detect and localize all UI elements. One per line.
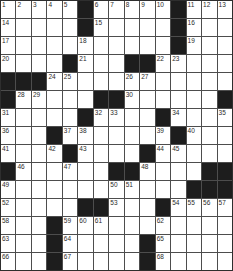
- clue-number-24: 24: [48, 73, 55, 81]
- clue-number-18: 18: [79, 37, 86, 45]
- clue-number-11: 11: [188, 1, 195, 9]
- white-square-r11c2[interactable]: [16, 181, 30, 198]
- white-square-r7c5[interactable]: [63, 109, 77, 126]
- clue-number-48: 48: [141, 163, 148, 171]
- white-square-r14c8[interactable]: [109, 235, 123, 252]
- white-square-r15c6[interactable]: [78, 253, 92, 270]
- white-square-r14c3[interactable]: [32, 235, 46, 252]
- clue-number-7: 7: [110, 1, 114, 9]
- white-square-r14c1[interactable]: 63: [1, 235, 15, 252]
- white-square-r2c15[interactable]: [218, 19, 232, 36]
- black-square-r14c10: [140, 235, 154, 252]
- white-square-r6c9[interactable]: 30: [125, 91, 139, 108]
- white-square-r8c14[interactable]: [202, 127, 216, 144]
- clue-number-2: 2: [17, 1, 21, 9]
- white-square-r9c4[interactable]: 42: [47, 145, 61, 162]
- clue-number-29: 29: [33, 91, 40, 99]
- white-square-r6c2[interactable]: 28: [16, 91, 30, 108]
- white-square-r1c7[interactable]: 6: [94, 1, 108, 18]
- black-square-r11c15: [218, 181, 232, 198]
- clue-number-57: 57: [219, 199, 226, 207]
- white-square-r12c9[interactable]: [125, 199, 139, 216]
- white-square-r7c7[interactable]: 32: [94, 109, 108, 126]
- white-square-r4c4[interactable]: [47, 55, 61, 72]
- white-square-r2c9[interactable]: [125, 19, 139, 36]
- clue-number-55: 55: [188, 199, 195, 207]
- white-square-r8c13[interactable]: 40: [187, 127, 201, 144]
- white-square-r2c8[interactable]: [109, 19, 123, 36]
- white-square-r5c13[interactable]: [187, 73, 201, 90]
- clue-number-14: 14: [2, 19, 9, 27]
- white-square-r12c3[interactable]: [32, 199, 46, 216]
- white-square-r14c2[interactable]: [16, 235, 30, 252]
- clue-number-8: 8: [126, 1, 130, 9]
- clue-number-5: 5: [64, 1, 68, 9]
- clue-number-68: 68: [157, 253, 164, 261]
- white-square-r13c10[interactable]: [140, 217, 154, 234]
- white-square-r10c7[interactable]: [94, 163, 108, 180]
- clue-number-49: 49: [2, 181, 9, 189]
- black-square-r4c9: [125, 55, 139, 72]
- white-square-r11c11[interactable]: [156, 181, 170, 198]
- clue-number-45: 45: [172, 145, 179, 153]
- white-square-r3c8[interactable]: [109, 37, 123, 54]
- white-square-r1c11[interactable]: 10: [156, 1, 170, 18]
- white-square-r11c5[interactable]: [63, 181, 77, 198]
- white-square-r10c13[interactable]: [187, 163, 201, 180]
- clue-number-10: 10: [157, 1, 164, 9]
- clue-number-4: 4: [48, 1, 52, 9]
- white-square-r3c5[interactable]: [63, 37, 77, 54]
- black-square-r7c6: [78, 109, 92, 126]
- white-square-r7c13[interactable]: [187, 109, 201, 126]
- white-square-r10c6[interactable]: [78, 163, 92, 180]
- white-square-r10c11[interactable]: [156, 163, 170, 180]
- white-square-r9c14[interactable]: [202, 145, 216, 162]
- white-square-r8c8[interactable]: [109, 127, 123, 144]
- black-square-r10c15: [218, 163, 232, 180]
- clue-number-59: 59: [64, 217, 71, 225]
- white-square-r12c5[interactable]: [63, 199, 77, 216]
- white-square-r2c1[interactable]: 14: [1, 19, 15, 36]
- clue-number-12: 12: [203, 1, 210, 9]
- white-square-r11c8[interactable]: 50: [109, 181, 123, 198]
- white-square-r2c10[interactable]: [140, 19, 154, 36]
- black-square-r2c12: [171, 19, 185, 36]
- clue-number-47: 47: [64, 163, 71, 171]
- white-square-r4c15[interactable]: [218, 55, 232, 72]
- white-square-r13c12[interactable]: [171, 217, 185, 234]
- white-square-r14c12[interactable]: [171, 235, 185, 252]
- white-square-r5c10[interactable]: 27: [140, 73, 154, 90]
- white-square-r12c2[interactable]: [16, 199, 30, 216]
- white-square-r6c10[interactable]: [140, 91, 154, 108]
- clue-number-43: 43: [79, 145, 86, 153]
- black-square-r11c14: [202, 181, 216, 198]
- white-square-r2c14[interactable]: [202, 19, 216, 36]
- white-square-r13c11[interactable]: 62: [156, 217, 170, 234]
- black-square-r9c5: [63, 145, 77, 162]
- white-square-r7c2[interactable]: [16, 109, 30, 126]
- white-square-r8c5[interactable]: 37: [63, 127, 77, 144]
- white-square-r3c10[interactable]: [140, 37, 154, 54]
- black-square-r2c6: [78, 19, 92, 36]
- white-square-r7c12[interactable]: 34: [171, 109, 185, 126]
- white-square-r6c4[interactable]: [47, 91, 61, 108]
- black-square-r15c10: [140, 253, 154, 270]
- white-square-r1c15[interactable]: 13: [218, 1, 232, 18]
- clue-number-61: 61: [95, 217, 102, 225]
- white-square-r11c1[interactable]: 49: [1, 181, 15, 198]
- white-square-r15c1[interactable]: 66: [1, 253, 15, 270]
- white-square-r6c12[interactable]: [171, 91, 185, 108]
- clue-number-44: 44: [157, 145, 164, 153]
- black-square-r6c15: [218, 91, 232, 108]
- clue-number-62: 62: [157, 217, 164, 225]
- white-square-r13c1[interactable]: 58: [1, 217, 15, 234]
- black-square-r4c5: [63, 55, 77, 72]
- clue-number-17: 17: [2, 37, 9, 45]
- white-square-r4c3[interactable]: [32, 55, 46, 72]
- clue-number-3: 3: [33, 1, 37, 9]
- clue-number-52: 52: [2, 199, 9, 207]
- clue-number-66: 66: [2, 253, 9, 261]
- clue-number-31: 31: [2, 109, 9, 117]
- black-square-r11c13: [187, 181, 201, 198]
- white-square-r8c10[interactable]: [140, 127, 154, 144]
- white-square-r7c4[interactable]: [47, 109, 61, 126]
- clue-number-34: 34: [172, 109, 179, 117]
- white-square-r1c10[interactable]: 9: [140, 1, 154, 18]
- clue-number-20: 20: [2, 55, 9, 63]
- white-square-r2c2[interactable]: [16, 19, 30, 36]
- clue-number-6: 6: [95, 1, 99, 9]
- white-square-r3c7[interactable]: [94, 37, 108, 54]
- white-square-r8c11[interactable]: 39: [156, 127, 170, 144]
- white-square-r11c7[interactable]: [94, 181, 108, 198]
- clue-number-67: 67: [64, 253, 71, 261]
- black-square-r5c1: [1, 73, 15, 90]
- white-square-r3c4[interactable]: [47, 37, 61, 54]
- white-square-r7c3[interactable]: [32, 109, 46, 126]
- black-square-r12c11: [156, 199, 170, 216]
- white-square-r5c5[interactable]: 25: [63, 73, 77, 90]
- white-square-r4c6[interactable]: 21: [78, 55, 92, 72]
- crossword-grid: 1234567891011121314151617181920212223242…: [0, 0, 233, 271]
- white-square-r15c12[interactable]: [171, 253, 185, 270]
- clue-number-13: 13: [219, 1, 226, 9]
- black-square-r13c4: [47, 217, 61, 234]
- white-square-r14c13[interactable]: [187, 235, 201, 252]
- black-square-r10c9: [125, 163, 139, 180]
- black-square-r1c6: [78, 1, 92, 18]
- white-square-r3c11[interactable]: [156, 37, 170, 54]
- white-square-r13c3[interactable]: [32, 217, 46, 234]
- white-square-r10c5[interactable]: 47: [63, 163, 77, 180]
- clue-number-19: 19: [188, 37, 195, 45]
- clue-number-50: 50: [110, 181, 117, 189]
- white-square-r8c15[interactable]: [218, 127, 232, 144]
- white-square-r7c9[interactable]: [125, 109, 139, 126]
- white-square-r12c1[interactable]: 52: [1, 199, 15, 216]
- black-square-r8c12: [171, 127, 185, 144]
- clue-number-23: 23: [172, 55, 179, 63]
- white-square-r5c15[interactable]: [218, 73, 232, 90]
- white-square-r9c3[interactable]: [32, 145, 46, 162]
- white-square-r6c13[interactable]: [187, 91, 201, 108]
- white-square-r15c7[interactable]: [94, 253, 108, 270]
- white-square-r9c12[interactable]: 45: [171, 145, 185, 162]
- black-square-r14c4: [47, 235, 61, 252]
- white-square-r9c6[interactable]: 43: [78, 145, 92, 162]
- white-square-r4c1[interactable]: 20: [1, 55, 15, 72]
- white-square-r2c11[interactable]: [156, 19, 170, 36]
- black-square-r12c7: [94, 199, 108, 216]
- white-square-r9c15[interactable]: [218, 145, 232, 162]
- clue-number-1: 1: [2, 1, 6, 9]
- white-square-r11c10[interactable]: [140, 181, 154, 198]
- white-square-r4c7[interactable]: [94, 55, 108, 72]
- white-square-r15c8[interactable]: [109, 253, 123, 270]
- white-square-r3c13[interactable]: 19: [187, 37, 201, 54]
- white-square-r8c1[interactable]: 36: [1, 127, 15, 144]
- clue-number-33: 33: [110, 109, 117, 117]
- white-square-r10c3[interactable]: [32, 163, 46, 180]
- white-square-r13c5[interactable]: 59: [63, 217, 77, 234]
- white-square-r1c3[interactable]: 3: [32, 1, 46, 18]
- clue-number-38: 38: [79, 127, 86, 135]
- black-square-r10c14: [202, 163, 216, 180]
- white-square-r6c5[interactable]: [63, 91, 77, 108]
- white-square-r10c2[interactable]: 46: [16, 163, 30, 180]
- white-square-r14c11[interactable]: 65: [156, 235, 170, 252]
- white-square-r7c14[interactable]: [202, 109, 216, 126]
- white-square-r1c8[interactable]: 7: [109, 1, 123, 18]
- black-square-r6c8: [109, 91, 123, 108]
- white-square-r7c1[interactable]: 31: [1, 109, 15, 126]
- white-square-r1c13[interactable]: 11: [187, 1, 201, 18]
- white-square-r15c11[interactable]: 68: [156, 253, 170, 270]
- clue-number-21: 21: [79, 55, 86, 63]
- white-square-r8c3[interactable]: [32, 127, 46, 144]
- black-square-r7c11: [156, 109, 170, 126]
- clue-number-36: 36: [2, 127, 9, 135]
- clue-number-37: 37: [64, 127, 71, 135]
- black-square-r10c1: [1, 163, 15, 180]
- white-square-r9c9[interactable]: [125, 145, 139, 162]
- white-square-r6c3[interactable]: 29: [32, 91, 46, 108]
- white-square-r3c14[interactable]: [202, 37, 216, 54]
- white-square-r6c6[interactable]: [78, 91, 92, 108]
- black-square-r9c10: [140, 145, 154, 162]
- black-square-r6c1: [1, 91, 15, 108]
- clue-number-40: 40: [188, 127, 195, 135]
- white-square-r9c7[interactable]: [94, 145, 108, 162]
- white-square-r13c2[interactable]: [16, 217, 30, 234]
- clue-number-32: 32: [95, 109, 102, 117]
- clue-number-60: 60: [79, 217, 86, 225]
- black-square-r5c2: [16, 73, 30, 90]
- clue-number-35: 35: [219, 109, 226, 117]
- white-square-r4c13[interactable]: [187, 55, 201, 72]
- white-square-r8c6[interactable]: 38: [78, 127, 92, 144]
- black-square-r15c4: [47, 253, 61, 270]
- white-square-r12c15[interactable]: 57: [218, 199, 232, 216]
- white-square-r1c2[interactable]: 2: [16, 1, 30, 18]
- white-square-r11c4[interactable]: [47, 181, 61, 198]
- white-square-r3c15[interactable]: [218, 37, 232, 54]
- clue-number-30: 30: [126, 91, 133, 99]
- white-square-r1c9[interactable]: 8: [125, 1, 139, 18]
- white-square-r9c1[interactable]: 41: [1, 145, 15, 162]
- clue-number-22: 22: [157, 55, 164, 63]
- white-square-r11c9[interactable]: 51: [125, 181, 139, 198]
- white-square-r14c7[interactable]: [94, 235, 108, 252]
- white-square-r5c4[interactable]: 24: [47, 73, 61, 90]
- white-square-r6c14[interactable]: [202, 91, 216, 108]
- white-square-r13c14[interactable]: [202, 217, 216, 234]
- white-square-r15c14[interactable]: [202, 253, 216, 270]
- white-square-r15c9[interactable]: [125, 253, 139, 270]
- white-square-r2c3[interactable]: [32, 19, 46, 36]
- white-square-r3c3[interactable]: [32, 37, 46, 54]
- white-square-r13c15[interactable]: [218, 217, 232, 234]
- white-square-r6c11[interactable]: [156, 91, 170, 108]
- white-square-r9c2[interactable]: [16, 145, 30, 162]
- white-square-r15c15[interactable]: [218, 253, 232, 270]
- black-square-r4c10: [140, 55, 154, 72]
- white-square-r15c5[interactable]: 67: [63, 253, 77, 270]
- white-square-r9c11[interactable]: 44: [156, 145, 170, 162]
- white-square-r3c9[interactable]: [125, 37, 139, 54]
- white-square-r4c11[interactable]: 22: [156, 55, 170, 72]
- white-square-r5c9[interactable]: 26: [125, 73, 139, 90]
- clue-number-41: 41: [2, 145, 9, 153]
- white-square-r10c4[interactable]: [47, 163, 61, 180]
- white-square-r14c15[interactable]: [218, 235, 232, 252]
- black-square-r1c12: [171, 1, 185, 18]
- clue-number-42: 42: [48, 145, 55, 153]
- white-square-r7c10[interactable]: [140, 109, 154, 126]
- white-square-r2c4[interactable]: [47, 19, 61, 36]
- white-square-r15c13[interactable]: [187, 253, 201, 270]
- white-square-r13c6[interactable]: 60: [78, 217, 92, 234]
- white-square-r11c6[interactable]: [78, 181, 92, 198]
- black-square-r6c7: [94, 91, 108, 108]
- clue-number-58: 58: [2, 217, 9, 225]
- clue-number-46: 46: [17, 163, 24, 171]
- white-square-r12c14[interactable]: 56: [202, 199, 216, 216]
- white-square-r1c4[interactable]: 4: [47, 1, 61, 18]
- white-square-r12c8[interactable]: 53: [109, 199, 123, 216]
- white-square-r8c7[interactable]: [94, 127, 108, 144]
- clue-number-56: 56: [203, 199, 210, 207]
- white-square-r12c4[interactable]: [47, 199, 61, 216]
- white-square-r2c5[interactable]: [63, 19, 77, 36]
- white-square-r1c14[interactable]: 12: [202, 1, 216, 18]
- white-square-r12c13[interactable]: 55: [187, 199, 201, 216]
- black-square-r8c4: [47, 127, 61, 144]
- clue-number-27: 27: [141, 73, 148, 81]
- white-square-r12c12[interactable]: 54: [171, 199, 185, 216]
- clue-number-15: 15: [95, 19, 102, 27]
- clue-number-39: 39: [157, 127, 164, 135]
- black-square-r10c8: [109, 163, 123, 180]
- white-square-r10c10[interactable]: 48: [140, 163, 154, 180]
- white-square-r5c11[interactable]: [156, 73, 170, 90]
- clue-number-64: 64: [64, 235, 71, 243]
- white-square-r2c7[interactable]: 15: [94, 19, 108, 36]
- clue-number-9: 9: [141, 1, 145, 9]
- white-square-r13c13[interactable]: [187, 217, 201, 234]
- white-square-r1c1[interactable]: 1: [1, 1, 15, 18]
- white-square-r14c14[interactable]: [202, 235, 216, 252]
- white-square-r14c9[interactable]: [125, 235, 139, 252]
- white-square-r4c2[interactable]: [16, 55, 30, 72]
- white-square-r8c2[interactable]: [16, 127, 30, 144]
- white-square-r4c12[interactable]: 23: [171, 55, 185, 72]
- clue-number-63: 63: [2, 235, 9, 243]
- clue-number-26: 26: [126, 73, 133, 81]
- clue-number-25: 25: [64, 73, 71, 81]
- clue-number-51: 51: [126, 181, 133, 189]
- black-square-r3c12: [171, 37, 185, 54]
- clue-number-53: 53: [110, 199, 117, 207]
- clue-number-65: 65: [157, 235, 164, 243]
- white-square-r3c1[interactable]: 17: [1, 37, 15, 54]
- white-square-r5c6[interactable]: [78, 73, 92, 90]
- white-square-r5c7[interactable]: [94, 73, 108, 90]
- black-square-r5c3: [32, 73, 46, 90]
- white-square-r7c15[interactable]: 35: [218, 109, 232, 126]
- white-square-r11c12[interactable]: [171, 181, 185, 198]
- white-square-r9c13[interactable]: [187, 145, 201, 162]
- white-square-r3c2[interactable]: [16, 37, 30, 54]
- white-square-r12c10[interactable]: [140, 199, 154, 216]
- white-square-r13c7[interactable]: 61: [94, 217, 108, 234]
- white-square-r13c8[interactable]: [109, 217, 123, 234]
- white-square-r13c9[interactable]: [125, 217, 139, 234]
- clue-number-54: 54: [172, 199, 179, 207]
- clue-number-16: 16: [188, 19, 195, 27]
- white-square-r8c9[interactable]: [125, 127, 139, 144]
- white-square-r5c14[interactable]: [202, 73, 216, 90]
- white-square-r11c3[interactable]: [32, 181, 46, 198]
- white-square-r10c12[interactable]: [171, 163, 185, 180]
- white-square-r7c8[interactable]: 33: [109, 109, 123, 126]
- white-square-r14c6[interactable]: [78, 235, 92, 252]
- white-square-r15c3[interactable]: [32, 253, 46, 270]
- white-square-r2c13[interactable]: 16: [187, 19, 201, 36]
- white-square-r4c14[interactable]: [202, 55, 216, 72]
- clue-number-28: 28: [17, 91, 24, 99]
- white-square-r1c5[interactable]: 5: [63, 1, 77, 18]
- white-square-r9c8[interactable]: [109, 145, 123, 162]
- white-square-r3c6[interactable]: 18: [78, 37, 92, 54]
- white-square-r5c12[interactable]: [171, 73, 185, 90]
- white-square-r15c2[interactable]: [16, 253, 30, 270]
- white-square-r4c8[interactable]: [109, 55, 123, 72]
- white-square-r5c8[interactable]: [109, 73, 123, 90]
- white-square-r14c5[interactable]: 64: [63, 235, 77, 252]
- black-square-r12c6: [78, 199, 92, 216]
